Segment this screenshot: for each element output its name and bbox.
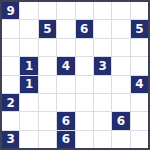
clue-cell-r1c7: 5 xyxy=(131,20,148,37)
empty-cell-r2c7[interactable] xyxy=(131,39,148,56)
empty-cell-r0c6[interactable] xyxy=(112,2,129,19)
clue-cell-r7c0: 3 xyxy=(2,131,19,148)
empty-cell-r5c1[interactable] xyxy=(20,94,37,111)
empty-cell-r0c4[interactable] xyxy=(76,2,93,19)
clue-cell-r6c3: 6 xyxy=(57,112,74,129)
empty-cell-r1c0[interactable] xyxy=(2,20,19,37)
empty-cell-r7c2[interactable] xyxy=(39,131,56,148)
empty-cell-r1c1[interactable] xyxy=(20,20,37,37)
clue-cell-r0c0: 9 xyxy=(2,2,19,19)
empty-cell-r2c5[interactable] xyxy=(94,39,111,56)
empty-cell-r2c3[interactable] xyxy=(57,39,74,56)
empty-cell-r3c4[interactable] xyxy=(76,57,93,74)
empty-cell-r6c2[interactable] xyxy=(39,112,56,129)
empty-cell-r7c5[interactable] xyxy=(94,131,111,148)
clue-cell-r3c5: 3 xyxy=(94,57,111,74)
empty-cell-r7c1[interactable] xyxy=(20,131,37,148)
empty-cell-r5c3[interactable] xyxy=(57,94,74,111)
empty-cell-r5c5[interactable] xyxy=(94,94,111,111)
clue-cell-r1c4: 6 xyxy=(76,20,93,37)
empty-cell-r3c6[interactable] xyxy=(112,57,129,74)
clue-cell-r1c2: 5 xyxy=(39,20,56,37)
empty-cell-r2c4[interactable] xyxy=(76,39,93,56)
empty-cell-r0c2[interactable] xyxy=(39,2,56,19)
empty-cell-r7c4[interactable] xyxy=(76,131,93,148)
empty-cell-r0c1[interactable] xyxy=(20,2,37,19)
empty-cell-r5c2[interactable] xyxy=(39,94,56,111)
clue-cell-r7c3: 6 xyxy=(57,131,74,148)
empty-cell-r1c5[interactable] xyxy=(94,20,111,37)
empty-cell-r5c6[interactable] xyxy=(112,94,129,111)
empty-cell-r1c3[interactable] xyxy=(57,20,74,37)
empty-cell-r6c0[interactable] xyxy=(2,112,19,129)
clue-cell-r4c7: 4 xyxy=(131,76,148,93)
clue-cell-r3c3: 4 xyxy=(57,57,74,74)
empty-cell-r0c7[interactable] xyxy=(131,2,148,19)
empty-cell-r2c2[interactable] xyxy=(39,39,56,56)
empty-cell-r4c3[interactable] xyxy=(57,76,74,93)
empty-cell-r0c5[interactable] xyxy=(94,2,111,19)
empty-cell-r6c1[interactable] xyxy=(20,112,37,129)
empty-cell-r2c0[interactable] xyxy=(2,39,19,56)
empty-cell-r4c4[interactable] xyxy=(76,76,93,93)
empty-cell-r6c5[interactable] xyxy=(94,112,111,129)
empty-cell-r6c4[interactable] xyxy=(76,112,93,129)
clue-cell-r6c6: 6 xyxy=(112,112,129,129)
empty-cell-r5c4[interactable] xyxy=(76,94,93,111)
empty-cell-r4c5[interactable] xyxy=(94,76,111,93)
empty-cell-r2c6[interactable] xyxy=(112,39,129,56)
empty-cell-r5c7[interactable] xyxy=(131,94,148,111)
empty-cell-r3c7[interactable] xyxy=(131,57,148,74)
empty-cell-r7c7[interactable] xyxy=(131,131,148,148)
clue-cell-r3c1: 1 xyxy=(20,57,37,74)
empty-cell-r3c0[interactable] xyxy=(2,57,19,74)
empty-cell-r3c2[interactable] xyxy=(39,57,56,74)
empty-cell-r1c6[interactable] xyxy=(112,20,129,37)
empty-cell-r6c7[interactable] xyxy=(131,112,148,129)
empty-cell-r7c6[interactable] xyxy=(112,131,129,148)
clue-cell-r5c0: 2 xyxy=(2,94,19,111)
empty-cell-r0c3[interactable] xyxy=(57,2,74,19)
puzzle-board: 95651431426636 xyxy=(0,0,150,150)
empty-cell-r4c6[interactable] xyxy=(112,76,129,93)
empty-cell-r2c1[interactable] xyxy=(20,39,37,56)
empty-cell-r4c2[interactable] xyxy=(39,76,56,93)
clue-cell-r4c1: 1 xyxy=(20,76,37,93)
empty-cell-r4c0[interactable] xyxy=(2,76,19,93)
